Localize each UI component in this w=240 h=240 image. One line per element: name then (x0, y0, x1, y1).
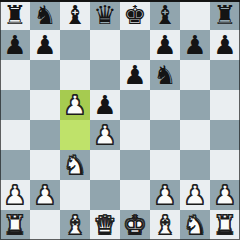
square-d1[interactable]: ♛ (90, 210, 120, 240)
piece-black-rook[interactable]: ♜ (210, 0, 240, 30)
piece-white-pawn[interactable]: ♟ (180, 180, 210, 210)
square-c4[interactable] (60, 120, 90, 150)
square-a3[interactable] (0, 150, 30, 180)
square-e4[interactable] (120, 120, 150, 150)
square-c7[interactable] (60, 30, 90, 60)
square-h1[interactable]: ♜ (210, 210, 240, 240)
piece-black-pawn[interactable]: ♟ (0, 30, 30, 60)
piece-white-knight[interactable]: ♞ (180, 210, 210, 240)
square-d5[interactable]: ♟ (90, 90, 120, 120)
square-f7[interactable]: ♟ (150, 30, 180, 60)
square-d7[interactable] (90, 30, 120, 60)
square-g4[interactable] (180, 120, 210, 150)
square-a6[interactable] (0, 60, 30, 90)
piece-black-king[interactable]: ♚ (120, 0, 150, 30)
square-e1[interactable]: ♚ (120, 210, 150, 240)
piece-black-pawn[interactable]: ♟ (150, 30, 180, 60)
piece-white-pawn[interactable]: ♟ (30, 180, 60, 210)
square-f3[interactable] (150, 150, 180, 180)
square-a4[interactable] (0, 120, 30, 150)
piece-white-pawn[interactable]: ♟ (210, 180, 240, 210)
square-e7[interactable] (120, 30, 150, 60)
square-b7[interactable]: ♟ (30, 30, 60, 60)
square-f1[interactable]: ♝ (150, 210, 180, 240)
square-h4[interactable] (210, 120, 240, 150)
square-b2[interactable]: ♟ (30, 180, 60, 210)
square-b6[interactable] (30, 60, 60, 90)
piece-black-bishop[interactable]: ♝ (150, 0, 180, 30)
piece-white-pawn[interactable]: ♟ (0, 180, 30, 210)
square-d4[interactable]: ♟ (90, 120, 120, 150)
square-g5[interactable] (180, 90, 210, 120)
square-e3[interactable] (120, 150, 150, 180)
piece-white-pawn[interactable]: ♟ (60, 90, 90, 120)
piece-white-bishop[interactable]: ♝ (60, 210, 90, 240)
square-e5[interactable] (120, 90, 150, 120)
piece-black-pawn[interactable]: ♟ (90, 90, 120, 120)
square-e8[interactable]: ♚ (120, 0, 150, 30)
square-e2[interactable] (120, 180, 150, 210)
square-c3[interactable]: ♞ (60, 150, 90, 180)
piece-white-pawn[interactable]: ♟ (90, 120, 120, 150)
square-h7[interactable]: ♟ (210, 30, 240, 60)
square-f8[interactable]: ♝ (150, 0, 180, 30)
square-b1[interactable] (30, 210, 60, 240)
piece-white-bishop[interactable]: ♝ (150, 210, 180, 240)
square-f5[interactable] (150, 90, 180, 120)
square-d3[interactable] (90, 150, 120, 180)
square-d2[interactable] (90, 180, 120, 210)
square-a7[interactable]: ♟ (0, 30, 30, 60)
square-c1[interactable]: ♝ (60, 210, 90, 240)
piece-black-knight[interactable]: ♞ (150, 60, 180, 90)
piece-black-pawn[interactable]: ♟ (30, 30, 60, 60)
square-g6[interactable] (180, 60, 210, 90)
square-f2[interactable]: ♟ (150, 180, 180, 210)
square-d6[interactable] (90, 60, 120, 90)
square-g3[interactable] (180, 150, 210, 180)
square-f6[interactable]: ♞ (150, 60, 180, 90)
piece-white-pawn[interactable]: ♟ (150, 180, 180, 210)
square-g1[interactable]: ♞ (180, 210, 210, 240)
square-a2[interactable]: ♟ (0, 180, 30, 210)
piece-black-bishop[interactable]: ♝ (60, 0, 90, 30)
piece-black-queen[interactable]: ♛ (90, 0, 120, 30)
piece-white-rook[interactable]: ♜ (210, 210, 240, 240)
square-a1[interactable]: ♜ (0, 210, 30, 240)
square-h6[interactable] (210, 60, 240, 90)
square-c5[interactable]: ♟ (60, 90, 90, 120)
square-g2[interactable]: ♟ (180, 180, 210, 210)
piece-white-knight[interactable]: ♞ (60, 150, 90, 180)
piece-white-rook[interactable]: ♜ (0, 210, 30, 240)
square-g7[interactable]: ♟ (180, 30, 210, 60)
square-e6[interactable]: ♟ (120, 60, 150, 90)
square-h5[interactable] (210, 90, 240, 120)
piece-black-knight[interactable]: ♞ (30, 0, 60, 30)
square-h3[interactable] (210, 150, 240, 180)
square-b3[interactable] (30, 150, 60, 180)
square-b4[interactable] (30, 120, 60, 150)
chess-board: ♜♞♝♛♚♝♜♟♟♟♟♟♟♞♟♟♟♞♟♟♟♟♟♜♝♛♚♝♞♜ (0, 0, 240, 240)
piece-black-rook[interactable]: ♜ (0, 0, 30, 30)
piece-black-pawn[interactable]: ♟ (210, 30, 240, 60)
square-a8[interactable]: ♜ (0, 0, 30, 30)
square-c6[interactable] (60, 60, 90, 90)
piece-black-pawn[interactable]: ♟ (120, 60, 150, 90)
square-h2[interactable]: ♟ (210, 180, 240, 210)
square-a5[interactable] (0, 90, 30, 120)
square-g8[interactable] (180, 0, 210, 30)
square-c2[interactable] (60, 180, 90, 210)
square-b5[interactable] (30, 90, 60, 120)
piece-white-king[interactable]: ♚ (120, 210, 150, 240)
square-d8[interactable]: ♛ (90, 0, 120, 30)
square-b8[interactable]: ♞ (30, 0, 60, 30)
piece-white-queen[interactable]: ♛ (90, 210, 120, 240)
square-h8[interactable]: ♜ (210, 0, 240, 30)
piece-black-pawn[interactable]: ♟ (180, 30, 210, 60)
square-f4[interactable] (150, 120, 180, 150)
square-c8[interactable]: ♝ (60, 0, 90, 30)
